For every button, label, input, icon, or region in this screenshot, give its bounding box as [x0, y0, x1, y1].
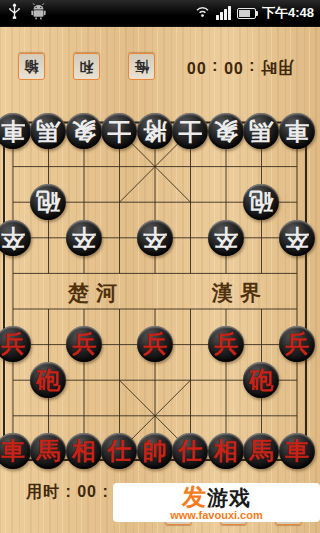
piece-b-卒[interactable]: 卒 — [66, 220, 102, 256]
piece-b-卒[interactable]: 卒 — [279, 220, 315, 256]
piece-b-馬[interactable]: 馬 — [243, 113, 279, 149]
piece-r-馬[interactable]: 馬 — [243, 433, 279, 469]
usb-icon — [8, 3, 21, 24]
android-icon — [31, 3, 46, 24]
signal-icon — [216, 6, 231, 20]
piece-b-士[interactable]: 士 — [172, 113, 208, 149]
piece-b-象[interactable]: 象 — [66, 113, 102, 149]
watermark-url: www.favouxi.com — [170, 510, 263, 521]
piece-r-兵[interactable]: 兵 — [208, 326, 244, 362]
watermark: 发游戏 www.favouxi.com — [113, 483, 320, 522]
piece-r-馬[interactable]: 馬 — [30, 433, 66, 469]
piece-r-兵[interactable]: 兵 — [0, 326, 31, 362]
piece-r-相[interactable]: 相 — [208, 433, 244, 469]
piece-r-兵[interactable]: 兵 — [137, 326, 173, 362]
piece-r-兵[interactable]: 兵 — [279, 326, 315, 362]
piece-r-相[interactable]: 相 — [66, 433, 102, 469]
piece-b-象[interactable]: 象 — [208, 113, 244, 149]
piece-b-馬[interactable]: 馬 — [30, 113, 66, 149]
piece-b-車[interactable]: 車 — [279, 113, 315, 149]
piece-b-將[interactable]: 將 — [137, 113, 173, 149]
piece-b-砲[interactable]: 砲 — [30, 184, 66, 220]
piece-b-卒[interactable]: 卒 — [0, 220, 31, 256]
piece-r-兵[interactable]: 兵 — [66, 326, 102, 362]
status-bar: 下午4:48 — [0, 0, 320, 27]
piece-r-車[interactable]: 車 — [279, 433, 315, 469]
watermark-logo: 发游戏 — [182, 485, 251, 509]
piece-b-砲[interactable]: 砲 — [243, 184, 279, 220]
piece-r-砲[interactable]: 砲 — [243, 362, 279, 398]
battery-icon — [237, 8, 256, 19]
piece-b-士[interactable]: 士 — [101, 113, 137, 149]
piece-r-砲[interactable]: 砲 — [30, 362, 66, 398]
piece-r-仕[interactable]: 仕 — [172, 433, 208, 469]
xiangqi-board[interactable]: 車馬象士將士象馬車砲砲卒卒卒卒卒兵兵兵兵兵砲砲車馬相仕帥仕相馬車 — [0, 113, 315, 469]
piece-b-卒[interactable]: 卒 — [208, 220, 244, 256]
piece-b-車[interactable]: 車 — [0, 113, 31, 149]
piece-r-帥[interactable]: 帥 — [137, 433, 173, 469]
piece-r-仕[interactable]: 仕 — [101, 433, 137, 469]
piece-r-車[interactable]: 車 — [0, 433, 31, 469]
wifi-icon — [195, 4, 210, 22]
piece-b-卒[interactable]: 卒 — [137, 220, 173, 256]
clock-text: 下午4:48 — [262, 4, 314, 22]
